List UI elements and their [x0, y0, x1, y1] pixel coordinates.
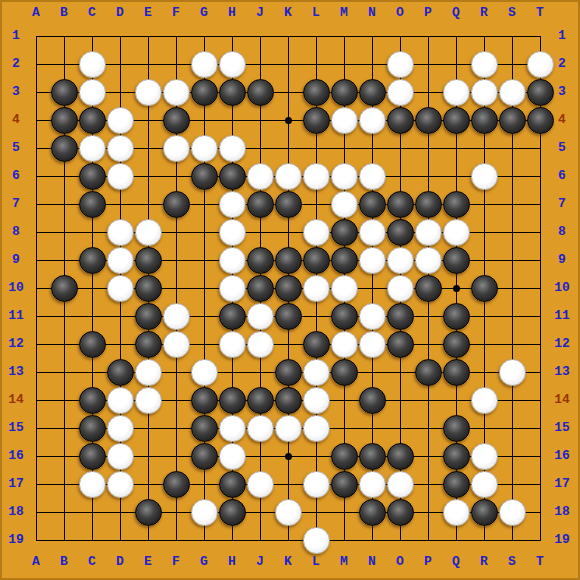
column-label-bottom: S: [498, 555, 526, 569]
row-label-left: 7: [2, 197, 30, 211]
black-stone[interactable]: [443, 415, 470, 442]
row-label-right: 15: [548, 421, 576, 435]
black-stone[interactable]: [359, 79, 386, 106]
black-stone[interactable]: [107, 359, 134, 386]
black-stone[interactable]: [443, 303, 470, 330]
column-label-top: K: [274, 6, 302, 20]
white-stone[interactable]: [471, 443, 498, 470]
black-stone[interactable]: [191, 163, 218, 190]
row-label-left: 2: [2, 57, 30, 71]
black-stone[interactable]: [331, 359, 358, 386]
white-stone[interactable]: [163, 303, 190, 330]
white-stone[interactable]: [219, 51, 246, 78]
white-stone[interactable]: [219, 331, 246, 358]
white-stone[interactable]: [303, 163, 330, 190]
black-stone[interactable]: [303, 107, 330, 134]
white-stone[interactable]: [499, 359, 526, 386]
row-label-left: 9: [2, 253, 30, 267]
row-label-left: 13: [2, 365, 30, 379]
column-label-bottom: K: [274, 555, 302, 569]
black-stone[interactable]: [527, 107, 554, 134]
column-label-bottom: T: [526, 555, 554, 569]
black-stone[interactable]: [443, 247, 470, 274]
go-board[interactable]: AABBCCDDEEFFGGHHJJKKLLMMNNOOPPQQRRSSTT11…: [0, 0, 580, 580]
column-label-top: S: [498, 6, 526, 20]
white-stone[interactable]: [387, 247, 414, 274]
row-label-right: 18: [548, 505, 576, 519]
column-label-bottom: F: [162, 555, 190, 569]
white-stone[interactable]: [527, 51, 554, 78]
row-label-left: 11: [2, 309, 30, 323]
white-stone[interactable]: [359, 303, 386, 330]
white-stone[interactable]: [415, 219, 442, 246]
white-stone[interactable]: [275, 163, 302, 190]
white-stone[interactable]: [499, 499, 526, 526]
column-label-bottom: H: [218, 555, 246, 569]
black-stone[interactable]: [415, 191, 442, 218]
black-stone[interactable]: [359, 387, 386, 414]
column-label-top: P: [414, 6, 442, 20]
column-label-bottom: D: [106, 555, 134, 569]
column-label-bottom: Q: [442, 555, 470, 569]
black-stone[interactable]: [163, 471, 190, 498]
column-label-top: D: [106, 6, 134, 20]
white-stone[interactable]: [191, 499, 218, 526]
black-stone[interactable]: [331, 219, 358, 246]
row-label-left: 16: [2, 449, 30, 463]
black-stone[interactable]: [443, 107, 470, 134]
row-label-right: 19: [548, 533, 576, 547]
black-stone[interactable]: [443, 471, 470, 498]
black-stone[interactable]: [191, 415, 218, 442]
column-label-top: L: [302, 6, 330, 20]
white-stone[interactable]: [303, 471, 330, 498]
row-label-left: 15: [2, 421, 30, 435]
black-stone[interactable]: [331, 303, 358, 330]
black-stone[interactable]: [219, 387, 246, 414]
column-label-top: F: [162, 6, 190, 20]
white-stone[interactable]: [135, 359, 162, 386]
column-label-top: Q: [442, 6, 470, 20]
column-label-top: A: [22, 6, 50, 20]
row-label-right: 14: [548, 393, 576, 407]
black-stone[interactable]: [247, 247, 274, 274]
black-stone[interactable]: [471, 107, 498, 134]
white-stone[interactable]: [471, 163, 498, 190]
white-stone[interactable]: [219, 191, 246, 218]
black-stone[interactable]: [471, 499, 498, 526]
white-stone[interactable]: [219, 135, 246, 162]
white-stone[interactable]: [359, 219, 386, 246]
black-stone[interactable]: [79, 163, 106, 190]
grid-line: [36, 540, 541, 541]
white-stone[interactable]: [247, 303, 274, 330]
white-stone[interactable]: [247, 471, 274, 498]
white-stone[interactable]: [191, 135, 218, 162]
black-stone[interactable]: [331, 247, 358, 274]
black-stone[interactable]: [135, 303, 162, 330]
black-stone[interactable]: [79, 387, 106, 414]
row-label-left: 3: [2, 85, 30, 99]
white-stone[interactable]: [275, 499, 302, 526]
black-stone[interactable]: [387, 331, 414, 358]
column-label-top: C: [78, 6, 106, 20]
column-label-bottom: J: [246, 555, 274, 569]
column-label-bottom: M: [330, 555, 358, 569]
black-stone[interactable]: [219, 303, 246, 330]
row-label-right: 10: [548, 281, 576, 295]
black-stone[interactable]: [163, 107, 190, 134]
row-label-left: 14: [2, 393, 30, 407]
white-stone[interactable]: [471, 79, 498, 106]
white-stone[interactable]: [471, 51, 498, 78]
black-stone[interactable]: [219, 163, 246, 190]
white-stone[interactable]: [107, 247, 134, 274]
white-stone[interactable]: [219, 415, 246, 442]
row-label-left: 8: [2, 225, 30, 239]
white-stone[interactable]: [387, 471, 414, 498]
white-stone[interactable]: [219, 247, 246, 274]
white-stone[interactable]: [163, 79, 190, 106]
black-stone[interactable]: [443, 191, 470, 218]
black-stone[interactable]: [275, 275, 302, 302]
black-stone[interactable]: [359, 443, 386, 470]
white-stone[interactable]: [107, 443, 134, 470]
black-stone[interactable]: [79, 191, 106, 218]
black-stone[interactable]: [51, 135, 78, 162]
white-stone[interactable]: [79, 135, 106, 162]
black-stone[interactable]: [79, 107, 106, 134]
row-label-right: 16: [548, 449, 576, 463]
black-stone[interactable]: [275, 387, 302, 414]
black-stone[interactable]: [135, 275, 162, 302]
white-stone[interactable]: [331, 331, 358, 358]
white-stone[interactable]: [219, 219, 246, 246]
white-stone[interactable]: [275, 415, 302, 442]
white-stone[interactable]: [387, 275, 414, 302]
white-stone[interactable]: [107, 135, 134, 162]
black-stone[interactable]: [79, 443, 106, 470]
black-stone[interactable]: [415, 107, 442, 134]
white-stone[interactable]: [471, 471, 498, 498]
black-stone[interactable]: [303, 331, 330, 358]
white-stone[interactable]: [331, 107, 358, 134]
star-point: [285, 453, 292, 460]
row-label-left: 12: [2, 337, 30, 351]
row-label-right: 17: [548, 477, 576, 491]
column-label-bottom: E: [134, 555, 162, 569]
row-label-left: 4: [2, 113, 30, 127]
black-stone[interactable]: [247, 275, 274, 302]
white-stone[interactable]: [163, 331, 190, 358]
black-stone[interactable]: [135, 247, 162, 274]
column-label-bottom: L: [302, 555, 330, 569]
column-label-top: R: [470, 6, 498, 20]
black-stone[interactable]: [303, 79, 330, 106]
black-stone[interactable]: [275, 191, 302, 218]
black-stone[interactable]: [247, 387, 274, 414]
black-stone[interactable]: [443, 331, 470, 358]
row-label-left: 17: [2, 477, 30, 491]
row-label-left: 19: [2, 533, 30, 547]
black-stone[interactable]: [499, 107, 526, 134]
black-stone[interactable]: [219, 471, 246, 498]
black-stone[interactable]: [247, 191, 274, 218]
row-label-right: 6: [548, 169, 576, 183]
black-stone[interactable]: [51, 79, 78, 106]
row-label-left: 6: [2, 169, 30, 183]
column-label-top: G: [190, 6, 218, 20]
white-stone[interactable]: [135, 219, 162, 246]
black-stone[interactable]: [219, 499, 246, 526]
black-stone[interactable]: [443, 443, 470, 470]
black-stone[interactable]: [331, 79, 358, 106]
white-stone[interactable]: [303, 527, 330, 554]
star-point: [285, 117, 292, 124]
black-stone[interactable]: [415, 359, 442, 386]
white-stone[interactable]: [191, 51, 218, 78]
row-label-left: 18: [2, 505, 30, 519]
black-stone[interactable]: [303, 247, 330, 274]
white-stone[interactable]: [387, 51, 414, 78]
white-stone[interactable]: [359, 163, 386, 190]
column-label-bottom: R: [470, 555, 498, 569]
white-stone[interactable]: [79, 79, 106, 106]
white-stone[interactable]: [303, 219, 330, 246]
white-stone[interactable]: [107, 415, 134, 442]
black-stone[interactable]: [387, 219, 414, 246]
black-stone[interactable]: [387, 107, 414, 134]
black-stone[interactable]: [471, 275, 498, 302]
white-stone[interactable]: [135, 79, 162, 106]
white-stone[interactable]: [107, 387, 134, 414]
black-stone[interactable]: [331, 443, 358, 470]
column-label-top: M: [330, 6, 358, 20]
white-stone[interactable]: [303, 387, 330, 414]
black-stone[interactable]: [527, 79, 554, 106]
white-stone[interactable]: [107, 275, 134, 302]
white-stone[interactable]: [471, 387, 498, 414]
black-stone[interactable]: [247, 79, 274, 106]
white-stone[interactable]: [247, 163, 274, 190]
column-label-top: B: [50, 6, 78, 20]
black-stone[interactable]: [191, 387, 218, 414]
white-stone[interactable]: [79, 471, 106, 498]
row-label-right: 5: [548, 141, 576, 155]
column-label-top: O: [386, 6, 414, 20]
white-stone[interactable]: [247, 331, 274, 358]
black-stone[interactable]: [387, 443, 414, 470]
white-stone[interactable]: [219, 275, 246, 302]
white-stone[interactable]: [247, 415, 274, 442]
black-stone[interactable]: [79, 331, 106, 358]
black-stone[interactable]: [135, 499, 162, 526]
black-stone[interactable]: [163, 191, 190, 218]
white-stone[interactable]: [303, 415, 330, 442]
column-label-bottom: A: [22, 555, 50, 569]
column-label-bottom: N: [358, 555, 386, 569]
column-label-bottom: G: [190, 555, 218, 569]
column-label-top: J: [246, 6, 274, 20]
row-label-left: 10: [2, 281, 30, 295]
black-stone[interactable]: [51, 107, 78, 134]
column-label-bottom: P: [414, 555, 442, 569]
white-stone[interactable]: [443, 219, 470, 246]
row-label-right: 8: [548, 225, 576, 239]
white-stone[interactable]: [135, 387, 162, 414]
row-label-right: 9: [548, 253, 576, 267]
black-stone[interactable]: [387, 303, 414, 330]
column-label-top: H: [218, 6, 246, 20]
column-label-bottom: O: [386, 555, 414, 569]
black-stone[interactable]: [387, 191, 414, 218]
white-stone[interactable]: [107, 163, 134, 190]
white-stone[interactable]: [415, 247, 442, 274]
white-stone[interactable]: [191, 359, 218, 386]
black-stone[interactable]: [359, 191, 386, 218]
black-stone[interactable]: [191, 79, 218, 106]
white-stone[interactable]: [443, 79, 470, 106]
row-label-right: 7: [548, 197, 576, 211]
black-stone[interactable]: [79, 415, 106, 442]
white-stone[interactable]: [107, 219, 134, 246]
black-stone[interactable]: [359, 499, 386, 526]
white-stone[interactable]: [163, 135, 190, 162]
row-label-left: 1: [2, 29, 30, 43]
white-stone[interactable]: [331, 191, 358, 218]
column-label-bottom: B: [50, 555, 78, 569]
white-stone[interactable]: [499, 79, 526, 106]
white-stone[interactable]: [359, 471, 386, 498]
black-stone[interactable]: [275, 247, 302, 274]
white-stone[interactable]: [219, 443, 246, 470]
black-stone[interactable]: [191, 443, 218, 470]
black-stone[interactable]: [275, 303, 302, 330]
black-stone[interactable]: [415, 275, 442, 302]
white-stone[interactable]: [331, 163, 358, 190]
white-stone[interactable]: [107, 471, 134, 498]
black-stone[interactable]: [135, 331, 162, 358]
row-label-left: 5: [2, 141, 30, 155]
white-stone[interactable]: [387, 79, 414, 106]
black-stone[interactable]: [51, 275, 78, 302]
white-stone[interactable]: [359, 331, 386, 358]
white-stone[interactable]: [331, 275, 358, 302]
row-label-right: 11: [548, 309, 576, 323]
column-label-bottom: C: [78, 555, 106, 569]
column-label-top: T: [526, 6, 554, 20]
white-stone[interactable]: [79, 51, 106, 78]
star-point: [453, 285, 460, 292]
black-stone[interactable]: [219, 79, 246, 106]
black-stone[interactable]: [275, 359, 302, 386]
column-label-top: N: [358, 6, 386, 20]
row-label-right: 13: [548, 365, 576, 379]
white-stone[interactable]: [303, 359, 330, 386]
black-stone[interactable]: [79, 247, 106, 274]
white-stone[interactable]: [303, 275, 330, 302]
white-stone[interactable]: [359, 247, 386, 274]
black-stone[interactable]: [387, 499, 414, 526]
black-stone[interactable]: [331, 471, 358, 498]
column-label-top: E: [134, 6, 162, 20]
row-label-right: 1: [548, 29, 576, 43]
black-stone[interactable]: [443, 359, 470, 386]
white-stone[interactable]: [443, 499, 470, 526]
row-label-right: 12: [548, 337, 576, 351]
white-stone[interactable]: [359, 107, 386, 134]
white-stone[interactable]: [107, 107, 134, 134]
